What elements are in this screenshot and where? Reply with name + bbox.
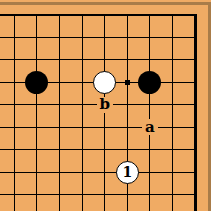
point-label-b: b <box>97 97 113 113</box>
grid-line-v <box>149 14 150 212</box>
grid-line-v <box>59 14 60 212</box>
board-bevel-right <box>208 2 211 211</box>
grid-line-v <box>82 14 83 212</box>
grid-line-v <box>194 14 197 212</box>
grid-line-v <box>14 14 15 212</box>
grid-line-h <box>0 149 197 150</box>
grid-line-h <box>0 172 197 173</box>
point-label-a: a <box>142 119 158 135</box>
go-board: ba1 <box>0 0 211 211</box>
grid-line-v <box>36 14 37 212</box>
grid-line-h <box>0 127 197 128</box>
white-stone-move-1: 1 <box>116 161 139 184</box>
black-stone <box>138 71 161 94</box>
grid-line-v <box>172 14 173 212</box>
white-stone <box>93 71 116 94</box>
black-stone <box>25 71 48 94</box>
grid-line-h <box>0 194 197 195</box>
grid-line-h <box>0 59 197 60</box>
hoshi-marker <box>125 80 130 85</box>
board-bevel-top <box>0 2 211 5</box>
grid-line-h <box>0 37 197 38</box>
grid-line-h <box>0 14 197 16</box>
